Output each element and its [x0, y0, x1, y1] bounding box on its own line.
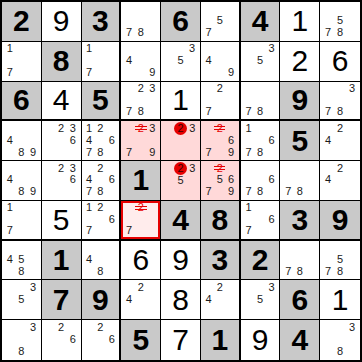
- pencil-marks: 17: [4, 202, 39, 237]
- pencil-marks: 48: [84, 242, 118, 278]
- solved-value: 9: [53, 6, 70, 36]
- eliminated-candidate-2: 2: [135, 122, 147, 134]
- candidate-2: 2: [95, 122, 106, 134]
- candidate-8: 8: [16, 146, 28, 158]
- pencil-marks: 57: [203, 3, 237, 39]
- candidate-7: 7: [243, 186, 255, 198]
- candidate-9: 9: [147, 67, 159, 79]
- given-value: 3: [92, 6, 109, 36]
- cell-r8c8[interactable]: 6: [280, 280, 320, 320]
- candidate-1: 1: [84, 122, 95, 134]
- candidate-4: 4: [84, 134, 95, 146]
- cell-r8c6[interactable]: 24: [201, 280, 241, 320]
- cell-r3c9[interactable]: 378: [320, 82, 360, 122]
- cell-r7c4[interactable]: 6: [121, 241, 161, 281]
- candidate-7: 7: [84, 225, 95, 237]
- given-value: 1: [132, 165, 149, 195]
- solved-value: 9: [172, 245, 189, 275]
- candidate-8: 8: [95, 266, 106, 278]
- pencil-marks: 24: [123, 281, 158, 317]
- candidate-7: 7: [4, 225, 16, 237]
- cell-r1c8[interactable]: 1: [280, 2, 320, 42]
- given-value: 6: [291, 285, 308, 315]
- cell-r8c3[interactable]: 9: [82, 280, 122, 320]
- given-value: 6: [172, 6, 189, 36]
- candidate-4: 4: [322, 174, 334, 186]
- cell-r6c8[interactable]: 3: [280, 201, 320, 241]
- candidate-3: 3: [187, 162, 198, 175]
- candidate-8: 8: [95, 186, 106, 198]
- candidate-3: 3: [186, 43, 198, 55]
- given-value: 6: [13, 85, 30, 115]
- cell-r2c8[interactable]: 2: [280, 42, 320, 82]
- pencil-marks: 578: [322, 242, 358, 278]
- candidate-7: 7: [84, 186, 95, 198]
- given-value: 8: [53, 46, 70, 76]
- cell-r2c4[interactable]: 49: [121, 42, 161, 82]
- given-value: 5: [92, 85, 109, 115]
- pencil-marks: 17: [4, 43, 39, 79]
- given-value: 4: [291, 325, 308, 355]
- candidate-7: 7: [282, 266, 294, 278]
- given-value: 4: [252, 6, 269, 36]
- cell-r4c5[interactable]: 23: [161, 121, 201, 161]
- pencil-marks: 1678: [243, 122, 278, 158]
- given-value: 1: [53, 245, 70, 275]
- cell-r1c6[interactable]: 57: [201, 2, 241, 42]
- pencil-marks: 2679: [203, 122, 237, 158]
- candidate-8: 8: [16, 186, 28, 198]
- cell-r2c9[interactable]: 6: [320, 42, 360, 82]
- pencil-marks: 78: [243, 83, 278, 118]
- solved-value: 4: [53, 85, 70, 115]
- pencil-marks: 38: [322, 321, 358, 358]
- cell-r2c1[interactable]: 17: [2, 42, 42, 82]
- pencil-marks: 124678: [84, 122, 118, 158]
- given-value: 2: [252, 245, 269, 275]
- candidate-3: 3: [147, 83, 159, 95]
- cell-r9c8[interactable]: 4: [280, 320, 320, 360]
- candidate-8: 8: [294, 266, 306, 278]
- candidate-5: 5: [254, 55, 266, 67]
- cell-r7c9[interactable]: 578: [320, 241, 360, 281]
- candidate-2: 2: [95, 202, 106, 214]
- candidate-3: 3: [187, 122, 198, 135]
- candidate-1: 1: [84, 43, 95, 55]
- candidate-9: 9: [27, 146, 39, 158]
- candidate-8: 8: [16, 266, 28, 278]
- candidate-7: 7: [282, 186, 294, 198]
- candidate-9: 9: [225, 146, 236, 158]
- candidate-2: 2: [214, 281, 225, 293]
- cell-r7c2[interactable]: 1: [42, 241, 82, 281]
- candidate-9: 9: [225, 186, 236, 198]
- pencil-marks: 78: [123, 3, 158, 39]
- candidate-5: 5: [16, 254, 28, 266]
- pencil-marks: 578: [322, 3, 358, 39]
- candidate-3: 3: [67, 122, 79, 134]
- candidate-6: 6: [266, 134, 278, 146]
- highlighted-candidate-2: 2: [174, 162, 187, 175]
- sudoku-board: 2937865741578178174935493526645237812778…: [0, 0, 362, 362]
- solved-value: 6: [332, 46, 349, 76]
- pencil-marks: 1267: [84, 202, 118, 237]
- candidate-8: 8: [254, 146, 266, 158]
- given-value: 9: [291, 85, 308, 115]
- candidate-3: 3: [67, 162, 79, 174]
- cell-r9c4[interactable]: 5: [121, 320, 161, 360]
- candidate-7: 7: [123, 146, 135, 158]
- pencil-marks: 27: [203, 83, 237, 118]
- candidate-1: 1: [4, 43, 16, 55]
- candidate-7: 7: [203, 186, 214, 198]
- cell-r8c5[interactable]: 8: [161, 280, 201, 320]
- pencil-marks: 236: [44, 122, 79, 158]
- candidate-4: 4: [84, 254, 95, 266]
- cell-r2c6[interactable]: 49: [201, 42, 241, 82]
- candidate-2: 2: [135, 281, 147, 293]
- candidate-8: 8: [135, 106, 147, 118]
- candidate-3: 3: [27, 321, 39, 333]
- cell-r4c9[interactable]: 24: [320, 121, 360, 161]
- cell-r5c6[interactable]: 25679: [201, 161, 241, 201]
- pencil-marks: 49: [203, 43, 237, 79]
- cell-r1c1[interactable]: 2: [2, 2, 42, 42]
- cell-r7c8[interactable]: 78: [280, 241, 320, 281]
- cell-r6c2[interactable]: 5: [42, 201, 82, 241]
- candidate-8: 8: [95, 146, 106, 158]
- candidate-4: 4: [4, 174, 16, 186]
- cell-r4c2[interactable]: 236: [42, 121, 82, 161]
- candidate-2: 2: [95, 321, 106, 333]
- given-value: 9: [332, 205, 349, 235]
- cell-r2c5[interactable]: 35: [161, 42, 201, 82]
- solved-value: 2: [291, 46, 308, 76]
- candidate-3: 3: [27, 281, 39, 293]
- eliminated-candidate-2: 2: [214, 122, 225, 134]
- pencil-marks: 24: [203, 281, 237, 317]
- candidate-6: 6: [225, 134, 236, 146]
- solved-value: 1: [172, 85, 189, 115]
- cell-r5c3[interactable]: 24678: [82, 161, 122, 201]
- eliminated-candidate-2: 2: [214, 162, 225, 174]
- candidate-4: 4: [4, 134, 16, 146]
- candidate-7: 7: [243, 146, 255, 158]
- pencil-marks: 27: [123, 202, 158, 237]
- cell-r2c2[interactable]: 8: [42, 42, 82, 82]
- candidate-3: 3: [346, 83, 358, 95]
- candidate-7: 7: [123, 106, 135, 118]
- cell-r1c7[interactable]: 4: [241, 2, 281, 42]
- candidate-7: 7: [84, 67, 95, 79]
- candidate-5: 5: [334, 15, 346, 27]
- cell-r8c2[interactable]: 7: [42, 280, 82, 320]
- candidate-8: 8: [334, 106, 346, 118]
- pencil-marks: 17: [84, 43, 118, 79]
- pencil-marks: 78: [282, 242, 317, 278]
- pencil-marks: 235: [163, 162, 198, 198]
- candidate-6: 6: [106, 213, 117, 225]
- candidate-1: 1: [243, 122, 255, 134]
- given-value: 3: [211, 245, 228, 275]
- cell-r6c4[interactable]: 27: [121, 201, 161, 241]
- cell-r3c7[interactable]: 78: [241, 82, 281, 122]
- cell-r8c1[interactable]: 35: [2, 280, 42, 320]
- candidate-8: 8: [254, 106, 266, 118]
- pencil-marks: 24: [322, 122, 358, 158]
- cell-r1c3[interactable]: 3: [82, 2, 122, 42]
- cell-r8c4[interactable]: 24: [121, 280, 161, 320]
- pencil-marks: 489: [4, 162, 39, 198]
- solved-value: 5: [53, 205, 70, 235]
- pencil-marks: 35: [4, 281, 39, 317]
- cell-r3c4[interactable]: 2378: [121, 82, 161, 122]
- candidate-7: 7: [4, 67, 16, 79]
- pencil-marks: 236: [44, 162, 79, 198]
- candidate-2: 2: [135, 83, 147, 95]
- cell-r5c4[interactable]: 1: [121, 161, 161, 201]
- cell-r8c7[interactable]: 35: [241, 280, 281, 320]
- pencil-marks: 78: [282, 162, 317, 198]
- cell-r6c5[interactable]: 4: [161, 201, 201, 241]
- pencil-marks: 26: [44, 321, 79, 358]
- candidate-5: 5: [174, 175, 187, 186]
- cell-r1c4[interactable]: 78: [121, 2, 161, 42]
- candidate-4: 4: [123, 55, 135, 67]
- pencil-marks: 24678: [84, 162, 118, 198]
- candidate-2: 2: [334, 162, 346, 174]
- candidate-4: 4: [322, 134, 334, 146]
- candidate-9: 9: [147, 146, 159, 158]
- pencil-marks: 167: [243, 202, 278, 237]
- cell-r6c7[interactable]: 167: [241, 201, 281, 241]
- candidate-5: 5: [16, 293, 28, 305]
- candidate-6: 6: [266, 174, 278, 186]
- solved-value: 1: [332, 285, 349, 315]
- pencil-marks: 678: [243, 162, 278, 198]
- candidate-8: 8: [334, 266, 346, 278]
- solved-value: 8: [172, 285, 189, 315]
- candidate-7: 7: [84, 146, 95, 158]
- cell-r9c7[interactable]: 9: [241, 320, 281, 360]
- candidate-7: 7: [203, 106, 214, 118]
- pencil-marks: 378: [322, 83, 358, 118]
- cell-r9c9[interactable]: 38: [320, 320, 360, 360]
- candidate-3: 3: [266, 281, 278, 293]
- cell-r5c2[interactable]: 236: [42, 161, 82, 201]
- candidate-5: 5: [214, 174, 225, 186]
- candidate-4: 4: [84, 174, 95, 186]
- cell-r3c1[interactable]: 6: [2, 82, 42, 122]
- pencil-marks: 38: [4, 321, 39, 358]
- pencil-marks: 2379: [123, 122, 158, 158]
- candidate-8: 8: [16, 346, 28, 358]
- candidate-6: 6: [106, 174, 117, 186]
- candidate-5: 5: [175, 55, 187, 67]
- solved-value: 6: [132, 245, 149, 275]
- cell-r4c4[interactable]: 2379: [121, 121, 161, 161]
- pencil-marks: 458: [4, 242, 39, 278]
- given-value: 2: [13, 6, 30, 36]
- cell-r8c9[interactable]: 1: [320, 280, 360, 320]
- given-value: 1: [211, 325, 228, 355]
- cell-r7c7[interactable]: 2: [241, 241, 281, 281]
- cell-r5c5[interactable]: 235: [161, 161, 201, 201]
- candidate-7: 7: [243, 225, 255, 237]
- pencil-marks: 2378: [123, 83, 158, 118]
- cell-r7c5[interactable]: 9: [161, 241, 201, 281]
- cell-r9c3[interactable]: 26: [82, 320, 122, 360]
- candidate-2: 2: [334, 122, 346, 134]
- candidate-6: 6: [67, 134, 79, 146]
- pencil-marks: 35: [243, 43, 278, 79]
- candidate-8: 8: [254, 186, 266, 198]
- cell-r9c1[interactable]: 38: [2, 320, 42, 360]
- candidate-8: 8: [334, 27, 346, 39]
- candidate-6: 6: [225, 174, 236, 186]
- candidate-6: 6: [266, 213, 278, 225]
- candidate-4: 4: [123, 293, 135, 305]
- candidate-6: 6: [106, 134, 117, 146]
- given-value: 4: [172, 205, 189, 235]
- candidate-2: 2: [55, 321, 67, 333]
- given-value: 5: [291, 126, 308, 156]
- pencil-marks: 23: [163, 122, 198, 158]
- given-value: 9: [92, 285, 109, 315]
- candidate-1: 1: [243, 202, 255, 214]
- candidate-4: 4: [4, 254, 16, 266]
- candidate-5: 5: [214, 15, 225, 27]
- candidate-7: 7: [243, 106, 255, 118]
- cell-r2c7[interactable]: 35: [241, 42, 281, 82]
- cell-r7c6[interactable]: 3: [201, 241, 241, 281]
- candidate-2: 2: [55, 122, 67, 134]
- cell-r3c6[interactable]: 27: [201, 82, 241, 122]
- candidate-2: 2: [214, 83, 225, 95]
- candidate-9: 9: [225, 67, 236, 79]
- candidate-3: 3: [266, 43, 278, 55]
- candidate-7: 7: [123, 27, 135, 39]
- cell-r1c5[interactable]: 6: [161, 2, 201, 42]
- cell-r2c3[interactable]: 17: [82, 42, 122, 82]
- candidate-6: 6: [67, 174, 79, 186]
- cell-r4c8[interactable]: 5: [280, 121, 320, 161]
- candidate-7: 7: [123, 225, 135, 237]
- cell-r4c1[interactable]: 489: [2, 121, 42, 161]
- pencil-marks: 24: [322, 162, 358, 198]
- cell-r1c2[interactable]: 9: [42, 2, 82, 42]
- cell-r3c3[interactable]: 5: [82, 82, 122, 122]
- candidate-7: 7: [322, 106, 334, 118]
- candidate-2: 2: [55, 162, 67, 174]
- candidate-7: 7: [322, 266, 334, 278]
- cell-r7c3[interactable]: 48: [82, 241, 122, 281]
- pencil-marks: 35: [243, 281, 278, 317]
- candidate-3: 3: [346, 321, 358, 333]
- cell-r6c6[interactable]: 8: [201, 201, 241, 241]
- candidate-8: 8: [334, 346, 346, 358]
- candidate-5: 5: [334, 254, 346, 266]
- cell-r1c9[interactable]: 578: [320, 2, 360, 42]
- cell-r9c2[interactable]: 26: [42, 320, 82, 360]
- cell-r5c9[interactable]: 24: [320, 161, 360, 201]
- cell-r5c7[interactable]: 678: [241, 161, 281, 201]
- candidate-9: 9: [27, 186, 39, 198]
- given-value: 3: [291, 205, 308, 235]
- cell-r5c8[interactable]: 78: [280, 161, 320, 201]
- candidate-8: 8: [135, 27, 147, 39]
- cell-r5c1[interactable]: 489: [2, 161, 42, 201]
- candidate-1: 1: [4, 202, 16, 214]
- pencil-marks: 35: [163, 43, 198, 79]
- cell-r4c7[interactable]: 1678: [241, 121, 281, 161]
- cell-r3c2[interactable]: 4: [42, 82, 82, 122]
- candidate-6: 6: [106, 333, 117, 345]
- cell-r9c5[interactable]: 7: [161, 320, 201, 360]
- candidate-1: 1: [84, 202, 95, 214]
- pencil-marks: 489: [4, 122, 39, 158]
- given-value: 8: [211, 205, 228, 235]
- candidate-3: 3: [147, 122, 159, 134]
- candidate-8: 8: [294, 186, 306, 198]
- solved-value: 7: [172, 325, 189, 355]
- cell-r6c1[interactable]: 17: [2, 201, 42, 241]
- candidate-7: 7: [203, 146, 214, 158]
- cell-r4c6[interactable]: 2679: [201, 121, 241, 161]
- candidate-6: 6: [67, 333, 79, 345]
- given-value: 5: [132, 325, 149, 355]
- candidate-4: 4: [203, 293, 214, 305]
- solved-value: 9: [252, 325, 269, 355]
- given-value: 7: [53, 285, 70, 315]
- candidate-2: 2: [95, 162, 106, 174]
- candidate-7: 7: [203, 27, 214, 39]
- pencil-marks: 26: [84, 321, 118, 358]
- highlighted-candidate-2: 2: [174, 122, 187, 135]
- solved-value: 1: [291, 6, 308, 36]
- cell-r7c1[interactable]: 458: [2, 241, 42, 281]
- pencil-marks: 25679: [203, 162, 237, 198]
- candidate-7: 7: [322, 27, 334, 39]
- candidate-5: 5: [254, 293, 266, 305]
- cell-r3c8[interactable]: 9: [280, 82, 320, 122]
- cell-r6c3[interactable]: 1267: [82, 201, 122, 241]
- eliminated-candidate-2: 2: [135, 202, 147, 214]
- candidate-4: 4: [203, 55, 214, 67]
- cell-r4c3[interactable]: 124678: [82, 121, 122, 161]
- cell-r9c6[interactable]: 1: [201, 320, 241, 360]
- pencil-marks: 49: [123, 43, 158, 79]
- cell-r6c9[interactable]: 9: [320, 201, 360, 241]
- cell-r3c5[interactable]: 1: [161, 82, 201, 122]
